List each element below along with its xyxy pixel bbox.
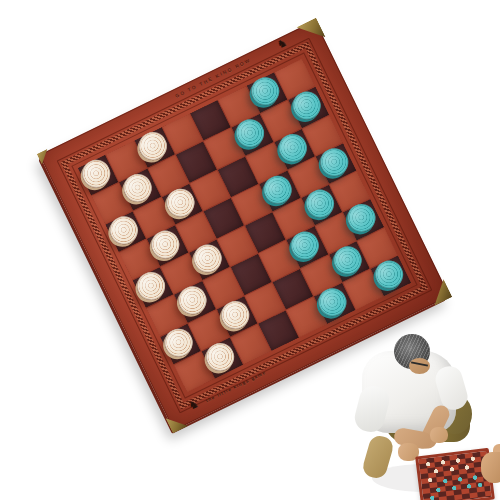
lifestyle-inset-photo [0, 0, 500, 500]
product-photo-canvas: GO TO THE KING ROW ♞ ♞ the little kings … [0, 0, 500, 500]
opponent-fist [481, 452, 500, 483]
person-right-hand [430, 427, 448, 443]
